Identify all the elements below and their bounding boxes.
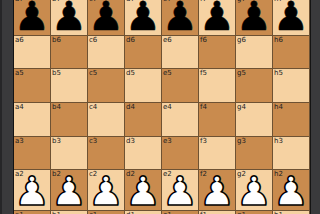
square-coordinate-label: a6	[15, 36, 24, 44]
square-g3[interactable]: g3	[236, 137, 273, 171]
square-g6[interactable]: g6	[236, 36, 273, 70]
square-h5[interactable]: h5	[273, 69, 310, 103]
square-coordinate-label: e6	[163, 36, 172, 44]
square-h2[interactable]: h2♟	[273, 170, 310, 211]
square-coordinate-label: d4	[126, 103, 135, 111]
square-coordinate-label: c6	[89, 36, 97, 44]
square-coordinate-label: b4	[52, 103, 61, 111]
square-b7[interactable]: b7♟	[51, 0, 88, 36]
square-b5[interactable]: b5	[51, 69, 88, 103]
square-c1[interactable]: c1	[88, 211, 125, 214]
square-coordinate-label: d5	[126, 69, 135, 77]
square-coordinate-label: h6	[274, 36, 283, 44]
square-a3[interactable]: a3	[14, 137, 51, 171]
square-g4[interactable]: g4	[236, 103, 273, 137]
square-e7[interactable]: e7♟	[162, 0, 199, 36]
square-b6[interactable]: b6	[51, 36, 88, 70]
square-e6[interactable]: e6	[162, 36, 199, 70]
square-g5[interactable]: g5	[236, 69, 273, 103]
square-g2[interactable]: g2♟	[236, 170, 273, 211]
black-pawn[interactable]: ♟	[88, 0, 124, 36]
square-f3[interactable]: f3	[199, 137, 236, 171]
square-coordinate-label: e1	[163, 211, 172, 214]
square-coordinate-label: a1	[15, 211, 24, 214]
black-pawn[interactable]: ♟	[125, 0, 161, 36]
square-f7[interactable]: f7♟	[199, 0, 236, 36]
white-pawn[interactable]: ♟	[51, 171, 87, 211]
square-h3[interactable]: h3	[273, 137, 310, 171]
square-coordinate-label: g3	[237, 137, 246, 145]
square-coordinate-label: a5	[15, 69, 24, 77]
square-f5[interactable]: f5	[199, 69, 236, 103]
square-coordinate-label: h5	[274, 69, 283, 77]
square-b4[interactable]: b4	[51, 103, 88, 137]
square-f4[interactable]: f4	[199, 103, 236, 137]
square-d4[interactable]: d4	[125, 103, 162, 137]
square-c2[interactable]: c2♟	[88, 170, 125, 211]
square-coordinate-label: g5	[237, 69, 246, 77]
square-coordinate-label: g6	[237, 36, 246, 44]
square-e5[interactable]: e5	[162, 69, 199, 103]
square-a5[interactable]: a5	[14, 69, 51, 103]
square-d7[interactable]: d7♟	[125, 0, 162, 36]
square-coordinate-label: a3	[15, 137, 24, 145]
square-coordinate-label: b6	[52, 36, 61, 44]
square-coordinate-label: a4	[15, 103, 24, 111]
square-h1[interactable]: h1	[273, 211, 310, 214]
square-coordinate-label: h4	[274, 103, 283, 111]
square-coordinate-label: f4	[200, 103, 207, 111]
square-coordinate-label: d1	[126, 211, 135, 214]
square-coordinate-label: c4	[89, 103, 97, 111]
square-b3[interactable]: b3	[51, 137, 88, 171]
square-g1[interactable]: g1	[236, 211, 273, 214]
square-a4[interactable]: a4	[14, 103, 51, 137]
square-e1[interactable]: e1	[162, 211, 199, 214]
black-pawn[interactable]: ♟	[51, 0, 87, 36]
square-coordinate-label: f3	[200, 137, 207, 145]
black-pawn[interactable]: ♟	[162, 0, 198, 36]
square-coordinate-label: c5	[89, 69, 97, 77]
square-coordinate-label: g4	[237, 103, 246, 111]
black-pawn[interactable]: ♟	[273, 0, 309, 36]
square-h6[interactable]: h6	[273, 36, 310, 70]
square-c6[interactable]: c6	[88, 36, 125, 70]
black-pawn[interactable]: ♟	[236, 0, 272, 36]
square-coordinate-label: f5	[200, 69, 207, 77]
square-f6[interactable]: f6	[199, 36, 236, 70]
square-c4[interactable]: c4	[88, 103, 125, 137]
square-coordinate-label: f6	[200, 36, 207, 44]
white-pawn[interactable]: ♟	[199, 171, 235, 211]
square-coordinate-label: e4	[163, 103, 172, 111]
square-b1[interactable]: b1	[51, 211, 88, 214]
square-coordinate-label: e5	[163, 69, 172, 77]
board-frame: a8b8c8d8e8f8g8h8a7♟b7♟c7♟d7♟e7♟f7♟g7♟h7♟…	[0, 0, 320, 214]
square-coordinate-label: g1	[237, 211, 246, 214]
square-a2[interactable]: a2♟	[14, 170, 51, 211]
square-b2[interactable]: b2♟	[51, 170, 88, 211]
white-pawn[interactable]: ♟	[14, 171, 50, 211]
square-coordinate-label: b1	[52, 211, 61, 214]
white-pawn[interactable]: ♟	[125, 171, 161, 211]
white-pawn[interactable]: ♟	[236, 171, 272, 211]
square-d5[interactable]: d5	[125, 69, 162, 103]
black-pawn[interactable]: ♟	[14, 0, 50, 36]
square-d2[interactable]: d2♟	[125, 170, 162, 211]
square-coordinate-label: b3	[52, 137, 61, 145]
square-a1[interactable]: a1	[14, 211, 51, 214]
square-coordinate-label: c1	[89, 211, 97, 214]
white-pawn[interactable]: ♟	[88, 171, 124, 211]
white-pawn[interactable]: ♟	[273, 171, 309, 211]
chess-board: a8b8c8d8e8f8g8h8a7♟b7♟c7♟d7♟e7♟f7♟g7♟h7♟…	[13, 0, 311, 214]
square-h4[interactable]: h4	[273, 103, 310, 137]
square-f2[interactable]: f2♟	[199, 170, 236, 211]
square-f1[interactable]: f1	[199, 211, 236, 214]
square-coordinate-label: h1	[274, 211, 283, 214]
square-e3[interactable]: e3	[162, 137, 199, 171]
square-coordinate-label: d6	[126, 36, 135, 44]
square-c3[interactable]: c3	[88, 137, 125, 171]
square-coordinate-label: d3	[126, 137, 135, 145]
square-coordinate-label: b5	[52, 69, 61, 77]
square-a7[interactable]: a7♟	[14, 0, 51, 36]
square-c7[interactable]: c7♟	[88, 0, 125, 36]
square-e2[interactable]: e2♟	[162, 170, 199, 211]
square-coordinate-label: e3	[163, 137, 172, 145]
white-pawn[interactable]: ♟	[162, 171, 198, 211]
square-a6[interactable]: a6	[14, 36, 51, 70]
square-c5[interactable]: c5	[88, 69, 125, 103]
square-d3[interactable]: d3	[125, 137, 162, 171]
square-coordinate-label: f1	[200, 211, 207, 214]
square-g7[interactable]: g7♟	[236, 0, 273, 36]
square-coordinate-label: c3	[89, 137, 97, 145]
black-pawn[interactable]: ♟	[199, 0, 235, 36]
square-coordinate-label: h3	[274, 137, 283, 145]
square-e4[interactable]: e4	[162, 103, 199, 137]
square-h7[interactable]: h7♟	[273, 0, 310, 36]
square-d6[interactable]: d6	[125, 36, 162, 70]
square-d1[interactable]: d1	[125, 211, 162, 214]
